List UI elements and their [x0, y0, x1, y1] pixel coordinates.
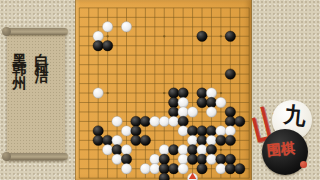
black-stone: [131, 135, 141, 145]
logo-top-character: 九: [283, 103, 307, 127]
black-stone: [140, 135, 150, 145]
white-player-name: 柯洁: [34, 51, 50, 65]
white-stone: [121, 145, 131, 155]
star-point: [220, 35, 222, 37]
board-dynamic-content: [79, 8, 249, 180]
white-player-column: 白柯洁: [33, 42, 51, 65]
black-stone: [225, 107, 235, 117]
black-stone: [206, 97, 216, 107]
black-stone: [131, 116, 141, 126]
white-stone: [140, 164, 150, 174]
white-stone: [206, 135, 216, 145]
black-stone: [178, 116, 188, 126]
white-stone: [150, 164, 160, 174]
white-stone: [216, 97, 226, 107]
scroll-bottom-knob: [2, 152, 11, 161]
white-stone: [159, 145, 169, 155]
brand-logo: 山 九 围棋: [260, 92, 320, 180]
scroll-bottom-roll: [4, 153, 68, 160]
star-point: [220, 92, 222, 94]
black-stone: [169, 145, 179, 155]
black-stone: [169, 164, 179, 174]
white-stone: [187, 107, 197, 117]
white-label: 白: [34, 42, 50, 49]
white-stone: [93, 88, 103, 98]
black-stone: [159, 164, 169, 174]
screenshot-stage: 白柯洁 黑韩一州 山 九 围棋: [0, 0, 320, 180]
white-stone: [121, 164, 131, 174]
white-stone: [178, 154, 188, 164]
black-stone: [225, 164, 235, 174]
black-stone: [112, 145, 122, 155]
black-stone: [216, 135, 226, 145]
black-stone: [225, 116, 235, 126]
black-stone: [197, 31, 207, 41]
black-stone: [178, 88, 188, 98]
white-stone: [112, 135, 122, 145]
white-stone: [102, 22, 112, 32]
white-stone: [159, 116, 169, 126]
white-stone: [102, 145, 112, 155]
white-stone: [178, 126, 188, 136]
go-board-svg: [76, 0, 253, 180]
black-stone: [216, 154, 226, 164]
black-stone: [206, 126, 216, 136]
white-stone: [121, 126, 131, 136]
white-stone: [178, 107, 188, 117]
black-stone: [197, 164, 207, 174]
white-stone: [93, 31, 103, 41]
white-stone: [216, 126, 226, 136]
white-stone: [112, 116, 122, 126]
white-stone: [206, 154, 216, 164]
black-stone: [197, 88, 207, 98]
black-stone: [169, 107, 179, 117]
scroll-top-roll: [4, 28, 68, 35]
black-stone: [225, 31, 235, 41]
star-point: [106, 35, 108, 37]
black-stone: [187, 126, 197, 136]
black-stone: [197, 135, 207, 145]
logo-bottom-text: 围棋: [266, 141, 295, 158]
black-stone: [235, 116, 245, 126]
white-stone: [206, 88, 216, 98]
black-stone: [169, 97, 179, 107]
black-stone: [197, 154, 207, 164]
black-stone: [121, 154, 131, 164]
black-stone: [93, 135, 103, 145]
black-stone: [206, 145, 216, 155]
white-stone: [197, 145, 207, 155]
white-stone: [150, 116, 160, 126]
white-stone: [178, 145, 188, 155]
white-stone: [169, 116, 179, 126]
white-stone: [121, 22, 131, 32]
star-point: [163, 35, 165, 37]
black-stone: [197, 97, 207, 107]
black-stone: [169, 88, 179, 98]
white-stone: [206, 107, 216, 117]
black-stone: [225, 135, 235, 145]
logo-red-dot: [300, 161, 307, 168]
black-stone: [93, 41, 103, 51]
black-stone: [225, 154, 235, 164]
star-point: [220, 149, 222, 151]
black-label: 黑: [12, 42, 28, 49]
black-stone: [140, 116, 150, 126]
black-stone: [93, 126, 103, 136]
black-stone: [159, 173, 169, 180]
scroll-top-knob: [2, 27, 11, 36]
black-stone: [102, 135, 112, 145]
black-stone: [102, 41, 112, 51]
star-point: [163, 92, 165, 94]
white-stone: [150, 154, 160, 164]
black-player-name: 韩一州: [12, 51, 28, 72]
black-stone: [187, 145, 197, 155]
black-stone: [225, 69, 235, 79]
star-point: [106, 92, 108, 94]
black-stone: [159, 154, 169, 164]
black-stone: [197, 126, 207, 136]
black-stone: [131, 126, 141, 136]
white-stone: [216, 164, 226, 174]
white-stone: [178, 97, 188, 107]
white-stone: [187, 135, 197, 145]
white-stone: [225, 126, 235, 136]
black-stone: [187, 154, 197, 164]
white-stone: [112, 154, 122, 164]
black-player-column: 黑韩一州: [11, 42, 29, 72]
white-stone: [178, 164, 188, 174]
black-stone: [235, 164, 245, 174]
go-board[interactable]: [75, 0, 252, 180]
